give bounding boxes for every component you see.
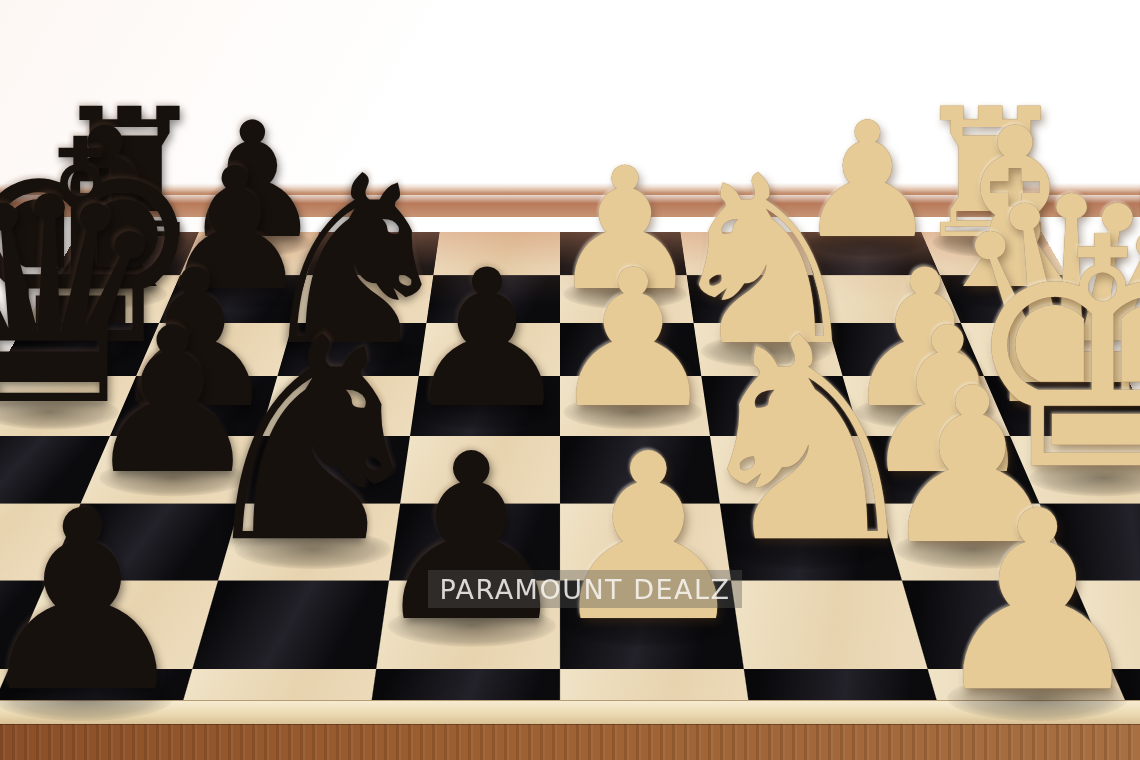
square-a2: [801, 232, 940, 275]
square-b3: [687, 275, 828, 323]
square-e7: [81, 436, 260, 504]
square-d1: [984, 376, 1140, 436]
square-b2: [813, 275, 960, 323]
square-d4: [560, 376, 710, 436]
square-b4: [560, 275, 694, 323]
square-a1: [921, 232, 1066, 275]
watermark: PARAMOUNT DEALZ: [428, 570, 742, 608]
square-d6: [260, 376, 419, 436]
square-f4: [560, 504, 731, 581]
square-c1: [961, 323, 1125, 376]
square-b7: [159, 275, 306, 323]
square-e4: [560, 436, 720, 504]
square-b8: [26, 275, 180, 323]
square-c4: [560, 323, 701, 376]
square-a6: [307, 232, 440, 275]
square-g7: [9, 581, 219, 670]
square-a3: [680, 232, 813, 275]
square-f5: [389, 504, 560, 581]
square-f6: [218, 504, 400, 581]
square-a7: [180, 232, 319, 275]
table-front-wood: [0, 724, 1140, 760]
square-d3: [701, 376, 860, 436]
square-d2: [843, 376, 1010, 436]
square-d5: [410, 376, 560, 436]
square-c7: [136, 323, 293, 376]
square-a8: [53, 232, 198, 275]
board-perspective-scene: [0, 0, 1140, 760]
chess-set-product-photo: ♜♟♟♜♝♟♟♝♚♞♞♛♟♟♟♟♛♟♟♚♞♞♟♟♟♟♟ PARAMOUNT DE…: [0, 0, 1140, 760]
square-e2: [860, 436, 1039, 504]
square-e5: [400, 436, 560, 504]
square-b1: [940, 275, 1094, 323]
square-c3: [694, 323, 843, 376]
chess-board: [0, 232, 1140, 760]
square-d7: [110, 376, 277, 436]
square-g3: [731, 581, 928, 670]
square-e6: [240, 436, 410, 504]
board-maple-border: [0, 700, 1140, 725]
square-c6: [277, 323, 426, 376]
square-g6: [192, 581, 389, 670]
square-c2: [827, 323, 984, 376]
square-f7: [47, 504, 240, 581]
square-f3: [720, 504, 902, 581]
square-c5: [419, 323, 560, 376]
square-c8: [0, 323, 159, 376]
square-a4: [560, 232, 687, 275]
square-e3: [710, 436, 880, 504]
square-b6: [293, 275, 434, 323]
square-a5: [433, 232, 560, 275]
square-b5: [426, 275, 560, 323]
table-edge-wood-strip: [0, 183, 1140, 217]
watermark-text: PARAMOUNT DEALZ: [439, 574, 730, 605]
